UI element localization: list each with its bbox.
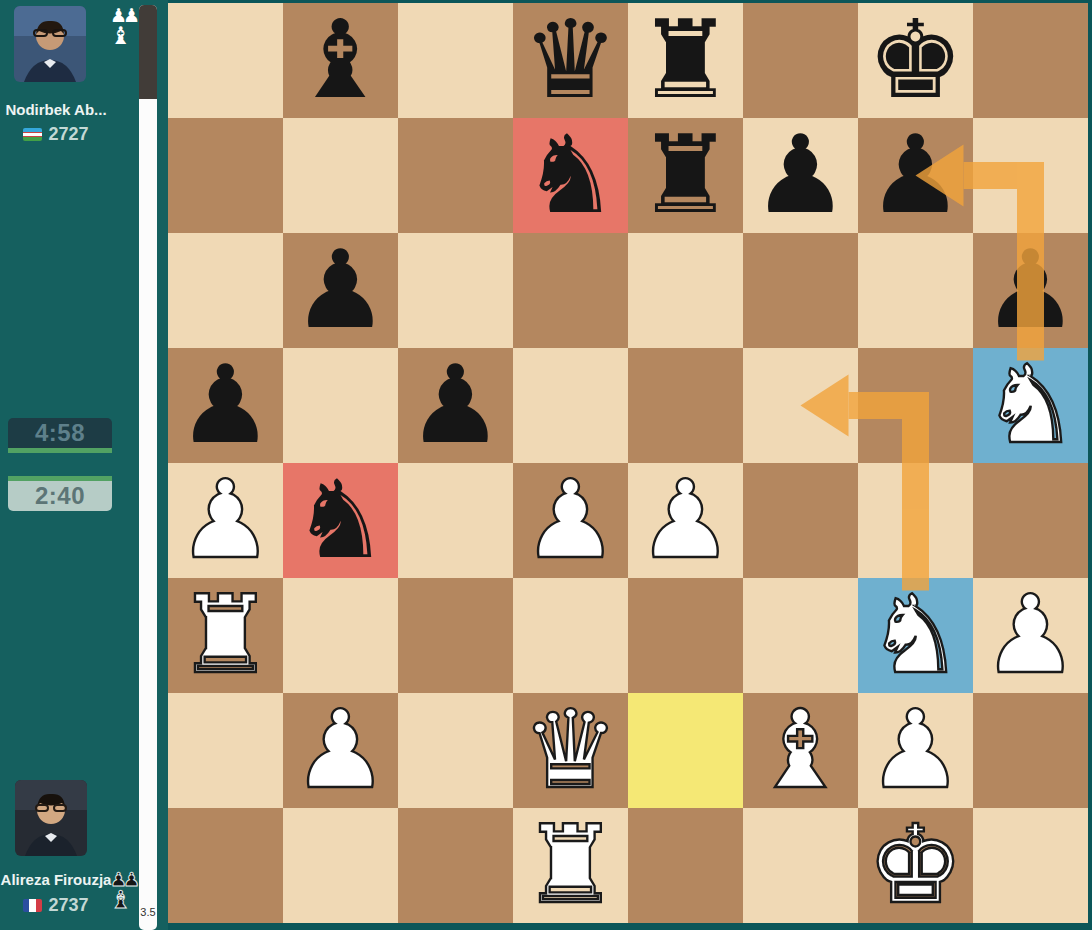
square-e1[interactable] (628, 808, 743, 923)
square-f6[interactable] (743, 233, 858, 348)
broadcast-window: { "game": "chess", "position": "1b1qr1k1… (0, 0, 1092, 930)
square-a1[interactable] (168, 808, 283, 923)
black-rook-e8[interactable]: ♜ (628, 3, 743, 118)
evaluation-bar-black-segment (139, 5, 157, 99)
black-king-g8[interactable]: ♚ (858, 3, 973, 118)
white-rook-a3[interactable]: ♜ (168, 578, 283, 693)
square-f7[interactable]: ♟ (743, 118, 858, 233)
black-knight-b4[interactable]: ♞ (283, 463, 398, 578)
square-h7[interactable] (973, 118, 1088, 233)
square-g1[interactable]: ♚ (858, 808, 973, 923)
player-top-name: Nodirbek Ab... (0, 101, 112, 118)
evaluation-score: 3.5 (139, 906, 157, 918)
square-d8[interactable]: ♛ (513, 3, 628, 118)
white-queen-d2[interactable]: ♛ (513, 693, 628, 808)
square-b5[interactable] (283, 348, 398, 463)
square-g3[interactable]: ♞ (858, 578, 973, 693)
square-c4[interactable] (398, 463, 513, 578)
square-a5[interactable]: ♟ (168, 348, 283, 463)
square-g4[interactable] (858, 463, 973, 578)
square-f8[interactable] (743, 3, 858, 118)
board-frame: ♝♛♜♚♞♜♟♟♟♟♟♟♞♟♞♟♟♜♞♟♟♛♝♟♜♚ (168, 0, 1092, 930)
square-e8[interactable]: ♜ (628, 3, 743, 118)
square-f2[interactable]: ♝ (743, 693, 858, 808)
square-a6[interactable] (168, 233, 283, 348)
player-top-avatar[interactable] (14, 6, 86, 82)
white-knight-h5[interactable]: ♞ (973, 348, 1088, 463)
square-g5[interactable] (858, 348, 973, 463)
square-e4[interactable]: ♟ (628, 463, 743, 578)
player-bottom-rating: 2737 (48, 895, 88, 916)
evaluation-bar (139, 5, 157, 930)
square-g8[interactable]: ♚ (858, 3, 973, 118)
white-pawn-h3[interactable]: ♟ (973, 578, 1088, 693)
clock-bottom: 2:40 (8, 481, 112, 511)
square-e7[interactable]: ♜ (628, 118, 743, 233)
square-e5[interactable] (628, 348, 743, 463)
square-b4[interactable]: ♞ (283, 463, 398, 578)
square-b1[interactable] (283, 808, 398, 923)
chess-board[interactable]: ♝♛♜♚♞♜♟♟♟♟♟♟♞♟♞♟♟♜♞♟♟♛♝♟♜♚ (168, 3, 1088, 923)
square-b6[interactable]: ♟ (283, 233, 398, 348)
white-pawn-g2[interactable]: ♟ (858, 693, 973, 808)
clock-top: 4:58 (8, 418, 112, 448)
square-d5[interactable] (513, 348, 628, 463)
black-pawn-b6[interactable]: ♟ (283, 233, 398, 348)
white-king-g1[interactable]: ♚ (858, 808, 973, 923)
square-b7[interactable] (283, 118, 398, 233)
square-h6[interactable]: ♟ (973, 233, 1088, 348)
player-top-photo (14, 6, 86, 82)
black-rook-e7[interactable]: ♜ (628, 118, 743, 233)
square-g7[interactable]: ♟ (858, 118, 973, 233)
square-f5[interactable] (743, 348, 858, 463)
square-h1[interactable] (973, 808, 1088, 923)
square-e6[interactable] (628, 233, 743, 348)
square-c2[interactable] (398, 693, 513, 808)
black-pawn-a5[interactable]: ♟ (168, 348, 283, 463)
uzbekistan-flag-icon (23, 128, 42, 141)
white-knight-g3[interactable]: ♞ (858, 578, 973, 693)
white-pawn-a4[interactable]: ♟ (168, 463, 283, 578)
square-d6[interactable] (513, 233, 628, 348)
square-a2[interactable] (168, 693, 283, 808)
square-d7[interactable]: ♞ (513, 118, 628, 233)
square-c1[interactable] (398, 808, 513, 923)
black-pawn-c5[interactable]: ♟ (398, 348, 513, 463)
square-b2[interactable]: ♟ (283, 693, 398, 808)
square-c3[interactable] (398, 578, 513, 693)
square-h3[interactable]: ♟ (973, 578, 1088, 693)
square-c7[interactable] (398, 118, 513, 233)
player-bottom-name: Alireza Firouzja (0, 871, 112, 888)
player-top-rating-row: 2727 (0, 124, 112, 145)
square-g2[interactable]: ♟ (858, 693, 973, 808)
square-d4[interactable]: ♟ (513, 463, 628, 578)
square-e2[interactable] (628, 693, 743, 808)
square-f4[interactable] (743, 463, 858, 578)
square-a4[interactable]: ♟ (168, 463, 283, 578)
square-d2[interactable]: ♛ (513, 693, 628, 808)
square-h2[interactable] (973, 693, 1088, 808)
black-bishop-b8[interactable]: ♝ (283, 3, 398, 118)
square-b8[interactable]: ♝ (283, 3, 398, 118)
white-rook-d1[interactable]: ♜ (513, 808, 628, 923)
france-flag-icon (23, 899, 42, 912)
square-f3[interactable] (743, 578, 858, 693)
white-pawn-d4[interactable]: ♟ (513, 463, 628, 578)
square-h8[interactable] (973, 3, 1088, 118)
player-bottom-rating-row: 2737 (0, 895, 112, 916)
black-pawn-f7[interactable]: ♟ (743, 118, 858, 233)
square-h5[interactable]: ♞ (973, 348, 1088, 463)
square-d1[interactable]: ♜ (513, 808, 628, 923)
white-pawn-b2[interactable]: ♟ (283, 693, 398, 808)
black-queen-d8[interactable]: ♛ (513, 3, 628, 118)
square-c6[interactable] (398, 233, 513, 348)
square-c8[interactable] (398, 3, 513, 118)
square-a8[interactable] (168, 3, 283, 118)
white-pawn-e4[interactable]: ♟ (628, 463, 743, 578)
square-e3[interactable] (628, 578, 743, 693)
square-b3[interactable] (283, 578, 398, 693)
square-f1[interactable] (743, 808, 858, 923)
square-h4[interactable] (973, 463, 1088, 578)
black-knight-d7[interactable]: ♞ (513, 118, 628, 233)
square-d3[interactable] (513, 578, 628, 693)
black-pawn-g7[interactable]: ♟ (858, 118, 973, 233)
player-top-rating: 2727 (48, 124, 88, 145)
square-a3[interactable]: ♜ (168, 578, 283, 693)
clock-top-accent-bar (8, 448, 112, 453)
player-bottom-avatar[interactable] (15, 780, 87, 856)
square-a7[interactable] (168, 118, 283, 233)
white-bishop-f2[interactable]: ♝ (743, 693, 858, 808)
player-bottom-photo (15, 780, 87, 856)
captured-black-bishop-icon: ♝ (110, 888, 132, 912)
captured-white-bishop-icon: ♝ (110, 24, 132, 48)
black-pawn-h6[interactable]: ♟ (973, 233, 1088, 348)
square-g6[interactable] (858, 233, 973, 348)
square-c5[interactable]: ♟ (398, 348, 513, 463)
